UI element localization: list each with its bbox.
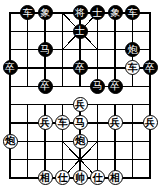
piece-black-chariot[interactable]: 车	[125, 5, 140, 20]
piece-red-king[interactable]: 帅	[73, 170, 88, 185]
piece-red-chariot[interactable]: 车	[125, 60, 140, 75]
piece-black-elephant[interactable]: 象	[108, 5, 123, 20]
piece-black-general[interactable]: 将	[73, 5, 88, 20]
pieces-layer: 车象将士象车士马炮卒卒车卒卒马卒兵兵车马兵兵炮炮相仕帅仕相	[1, 4, 159, 187]
piece-black-chariot[interactable]: 车	[20, 5, 35, 20]
piece-black-cannon[interactable]: 炮	[125, 42, 140, 57]
piece-red-advisor[interactable]: 仕	[55, 170, 70, 185]
piece-red-horse[interactable]: 马	[73, 115, 88, 130]
piece-red-soldier[interactable]: 兵	[143, 115, 158, 130]
piece-black-soldier[interactable]: 卒	[38, 79, 53, 94]
piece-black-horse[interactable]: 马	[38, 42, 53, 57]
piece-red-soldier[interactable]: 兵	[108, 115, 123, 130]
piece-black-soldier[interactable]: 卒	[143, 60, 158, 75]
piece-black-horse[interactable]: 马	[90, 79, 105, 94]
piece-black-elephant[interactable]: 象	[38, 5, 53, 20]
piece-red-soldier[interactable]: 兵	[38, 115, 53, 130]
piece-black-soldier[interactable]: 卒	[3, 60, 18, 75]
piece-red-elephant[interactable]: 相	[38, 170, 53, 185]
piece-red-cannon[interactable]: 炮	[73, 134, 88, 149]
piece-red-cannon[interactable]: 炮	[3, 134, 18, 149]
piece-black-soldier[interactable]: 卒	[108, 79, 123, 94]
piece-red-chariot[interactable]: 车	[55, 115, 70, 130]
xiangqi-board: 车象将士象车士马炮卒卒车卒卒马卒兵兵车马兵兵炮炮相仕帅仕相	[0, 0, 165, 187]
piece-black-advisor[interactable]: 士	[90, 5, 105, 20]
piece-red-soldier[interactable]: 兵	[73, 97, 88, 112]
piece-red-elephant[interactable]: 相	[108, 170, 123, 185]
piece-red-advisor[interactable]: 仕	[90, 170, 105, 185]
piece-black-soldier[interactable]: 卒	[73, 60, 88, 75]
piece-black-advisor[interactable]: 士	[73, 24, 88, 39]
